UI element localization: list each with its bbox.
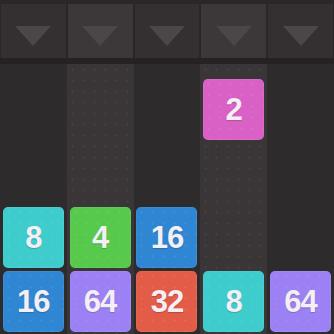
tile-8: 8 — [3, 207, 64, 268]
drop-arrow-icon — [15, 26, 51, 46]
tile-64: 64 — [70, 271, 131, 332]
drop-column-button-4[interactable] — [201, 4, 266, 58]
drop-arrows-bar — [0, 0, 334, 58]
tile-4: 4 — [70, 207, 131, 268]
tile-64: 64 — [270, 271, 331, 332]
tile-2: 2 — [203, 79, 264, 140]
game-screen: 28416166432864 — [0, 0, 334, 334]
tile-8: 8 — [203, 271, 264, 332]
drop-column-button-5[interactable] — [268, 4, 333, 58]
drop-arrow-icon — [283, 26, 319, 46]
board-grid: 28416166432864 — [0, 64, 334, 334]
drop-column-button-1[interactable] — [1, 4, 66, 58]
tile-16: 16 — [3, 271, 64, 332]
drop-column-button-2[interactable] — [68, 4, 133, 58]
drop-column-button-3[interactable] — [135, 4, 200, 58]
drop-arrow-icon — [82, 26, 118, 46]
drop-arrow-icon — [149, 26, 185, 46]
tile-16: 16 — [136, 207, 197, 268]
tile-32: 32 — [136, 271, 197, 332]
drop-arrow-icon — [216, 26, 252, 46]
